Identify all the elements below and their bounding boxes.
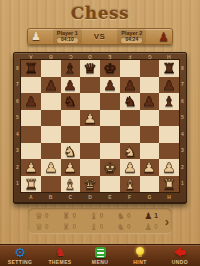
white-knight-piece: ♞ (64, 143, 78, 160)
square-g6[interactable]: ♟ (140, 93, 160, 110)
player1-block: Player 1 04:10 (53, 29, 82, 44)
rank-label: 4 (14, 126, 21, 143)
square-e6[interactable] (100, 93, 120, 110)
themes-label: THEMES (48, 259, 71, 265)
captured-count: 0 (127, 223, 131, 230)
square-d6[interactable] (80, 93, 100, 110)
setting-label: SETTING (8, 259, 32, 265)
undo-button[interactable]: UNDO (163, 246, 197, 265)
rank-label: 7 (14, 77, 21, 94)
captured-count: 0 (154, 223, 158, 230)
black-pawn-piece: ♟ (143, 93, 157, 110)
captured-queen: ♛0 (35, 211, 49, 221)
rank-label: 3 (14, 143, 21, 160)
rank-label: 6 (14, 93, 21, 110)
square-a3[interactable] (21, 143, 41, 160)
white-pawn-piece: ♟ (123, 159, 137, 176)
captured-count: 0 (72, 212, 76, 219)
file-label: A (21, 54, 41, 59)
player1-clock: 04:10 (57, 37, 78, 43)
square-b1[interactable] (41, 176, 61, 193)
square-f8[interactable] (120, 60, 140, 77)
file-label: A (21, 195, 41, 200)
square-c3[interactable]: ♞ (61, 143, 81, 160)
gear-icon: ⚙ (14, 246, 26, 259)
square-a4[interactable] (21, 126, 41, 143)
black-pawn-icon: ♟ (158, 31, 169, 43)
square-e8[interactable]: ♚ (100, 60, 120, 77)
square-f3[interactable]: ♞ (120, 143, 140, 160)
square-e3[interactable] (100, 143, 120, 160)
captured-knight: ♞0 (117, 211, 131, 221)
square-f2[interactable]: ♟ (120, 159, 140, 176)
rank-label: 2 (179, 159, 186, 176)
square-g8[interactable] (140, 60, 160, 77)
white-king-piece: ♚ (103, 159, 117, 176)
captured-count: 0 (100, 223, 104, 230)
bishop-icon: ♝ (90, 222, 98, 232)
black-knight-piece: ♞ (123, 93, 137, 110)
hint-button[interactable]: HINT (123, 246, 157, 265)
square-a8[interactable]: ♜ (21, 60, 41, 77)
knight-icon: ♞ (55, 246, 66, 258)
undo-arrow-tail (180, 250, 186, 255)
square-c8[interactable]: ♝ (61, 60, 81, 77)
square-h8[interactable]: ♜ (159, 60, 179, 77)
rank-labels-right: 87654321 (179, 60, 186, 192)
captured-queen: ♛0 (35, 222, 49, 232)
square-b8[interactable] (41, 60, 61, 77)
queen-icon: ♛ (35, 211, 43, 221)
setting-button[interactable]: ⚙ SETTING (3, 246, 37, 265)
white-pawn-piece: ♟ (44, 159, 58, 176)
menu-label: MENU (92, 259, 108, 265)
captured-bishop: ♝0 (90, 211, 104, 221)
white-rook-piece: ♜ (162, 176, 176, 193)
square-g3[interactable] (140, 143, 160, 160)
rank-labels-left: 87654321 (14, 60, 21, 192)
square-e1[interactable] (100, 176, 120, 193)
white-pawn-piece: ♟ (64, 159, 78, 176)
square-f6[interactable]: ♞ (120, 93, 140, 110)
menu-line (97, 252, 104, 254)
square-b4[interactable] (41, 126, 61, 143)
captured-count: 0 (45, 212, 49, 219)
captured-count: 1 (154, 212, 158, 219)
captured-count: 0 (127, 212, 131, 219)
player2-clock: 04:24 (121, 37, 142, 43)
knight-icon: ♞ (117, 211, 125, 221)
rank-label: 7 (179, 77, 186, 94)
captured-count: 0 (72, 223, 76, 230)
bulb-glass (136, 247, 144, 255)
square-g7[interactable] (140, 77, 160, 94)
square-e2[interactable]: ♚ (100, 159, 120, 176)
white-knight-piece: ♞ (123, 143, 137, 160)
bottom-toolbar: ⚙ SETTING ♞ THEMES MENU (0, 244, 200, 266)
player2-block: Player 2 04:24 (117, 29, 146, 44)
square-d2[interactable] (80, 159, 100, 176)
menu-icon (95, 247, 106, 258)
square-c7[interactable]: ♟ (61, 77, 81, 94)
black-pawn-piece: ♟ (162, 77, 176, 94)
rank-label: 6 (179, 93, 186, 110)
square-f7[interactable]: ♟ (120, 77, 140, 94)
captured-rook: ♜0 (62, 211, 76, 221)
page-title: Chess (0, 0, 200, 23)
square-h4[interactable] (159, 126, 179, 143)
square-c6[interactable]: ♞ (61, 93, 81, 110)
bulb-base (138, 255, 142, 258)
captured-rook: ♜0 (62, 222, 76, 232)
themes-button[interactable]: ♞ THEMES (43, 246, 77, 265)
file-label: B (41, 195, 61, 200)
vs-label: VS (94, 32, 106, 41)
square-b2[interactable]: ♟ (41, 159, 61, 176)
rook-icon: ♜ (62, 211, 70, 221)
file-label: C (61, 195, 81, 200)
file-label: D (80, 54, 100, 59)
square-c2[interactable]: ♟ (61, 159, 81, 176)
square-e5[interactable] (100, 110, 120, 127)
square-h3[interactable] (159, 143, 179, 160)
menu-line (97, 256, 104, 258)
square-h6[interactable]: ♝ (159, 93, 179, 110)
captured-pieces-tray: ♛0♜0♝0♞0♟1 ♛0♜0♝0♞0♟0 › (28, 208, 172, 234)
square-b5[interactable] (41, 110, 61, 127)
square-d3[interactable] (80, 143, 100, 160)
undo-icon (174, 247, 187, 257)
square-d1[interactable]: ♛ (80, 176, 100, 193)
pawn-icon: ♟ (144, 211, 152, 221)
captured-row-white: ♛0♜0♝0♞0♟0 (35, 221, 158, 232)
black-pawn-piece: ♟ (44, 77, 58, 94)
square-f1[interactable]: ♝ (120, 176, 140, 193)
black-pawn-piece: ♟ (24, 93, 38, 110)
captured-count: 0 (45, 223, 49, 230)
file-label: H (159, 195, 179, 200)
square-a6[interactable]: ♟ (21, 93, 41, 110)
black-bishop-piece: ♝ (64, 60, 78, 77)
square-d8[interactable]: ♛ (80, 60, 100, 77)
white-bishop-piece: ♝ (64, 176, 78, 193)
rank-label: 8 (179, 60, 186, 77)
square-h7[interactable]: ♟ (159, 77, 179, 94)
file-label: C (61, 54, 81, 59)
square-b7[interactable]: ♟ (41, 77, 61, 94)
rank-label: 5 (14, 110, 21, 127)
file-label: E (100, 54, 120, 59)
black-bishop-piece: ♝ (162, 93, 176, 110)
file-labels-bottom: ABCDEFGH (21, 195, 179, 200)
square-e7[interactable]: ♟ (100, 77, 120, 94)
captured-count: 0 (100, 212, 104, 219)
square-e4[interactable] (100, 126, 120, 143)
white-pawn-icon: ♟ (31, 31, 41, 42)
player-bar: ♟ Player 1 04:10 VS Player 2 04:24 ♟ (27, 28, 173, 45)
white-bishop-piece: ♝ (123, 176, 137, 193)
file-label: E (100, 195, 120, 200)
white-pawn-piece: ♟ (143, 159, 157, 176)
hint-label: HINT (133, 259, 146, 265)
white-pawn-piece: ♟ (162, 159, 176, 176)
black-rook-piece: ♜ (162, 60, 176, 77)
captured-pawn: ♟1 (144, 211, 158, 221)
file-label: F (120, 54, 140, 59)
square-d4[interactable] (80, 126, 100, 143)
file-labels-top: ABCDEFGH (21, 54, 179, 59)
menu-line (97, 249, 104, 251)
square-g1[interactable] (140, 176, 160, 193)
square-h5[interactable] (159, 110, 179, 127)
expand-captured-icon[interactable]: › (165, 215, 169, 228)
white-pawn-piece: ♟ (24, 159, 38, 176)
square-f5[interactable] (120, 110, 140, 127)
chess-app: Chess ♟ Player 1 04:10 VS Player 2 04:24… (0, 0, 200, 266)
menu-button[interactable]: MENU (83, 246, 117, 265)
black-queen-piece: ♛ (83, 60, 97, 77)
rank-label: 4 (179, 126, 186, 143)
black-rook-piece: ♜ (24, 60, 38, 77)
square-a2[interactable]: ♟ (21, 159, 41, 176)
rook-icon: ♜ (62, 222, 70, 232)
square-d5[interactable]: ♟ (80, 110, 100, 127)
white-rook-piece: ♜ (24, 176, 38, 193)
rank-label: 1 (14, 176, 21, 193)
square-h1[interactable]: ♜ (159, 176, 179, 193)
bulb-icon (136, 247, 144, 257)
chess-board: ABCDEFGH ABCDEFGH 87654321 87654321 ♜♝♛♚… (13, 52, 187, 204)
square-d7[interactable] (80, 77, 100, 94)
file-label: G (140, 195, 160, 200)
white-queen-piece: ♛ (83, 176, 97, 193)
file-label: G (140, 54, 160, 59)
rank-label: 1 (179, 176, 186, 193)
rank-label: 2 (14, 159, 21, 176)
square-c5[interactable] (61, 110, 81, 127)
rank-label: 3 (179, 143, 186, 160)
captured-knight: ♞0 (117, 222, 131, 232)
captured-row-black: ♛0♜0♝0♞0♟1 (35, 210, 158, 221)
board-squares: ♜♝♛♚♜♟♟♟♟♟♟♞♞♟♝♟♞♞♟♟♟♚♟♟♟♜♝♛♝♜ (21, 60, 179, 192)
captured-bishop: ♝0 (90, 222, 104, 232)
black-pawn-piece: ♟ (123, 77, 137, 94)
square-g4[interactable] (140, 126, 160, 143)
captured-pawn: ♟0 (144, 222, 158, 232)
square-c4[interactable] (61, 126, 81, 143)
rank-label: 8 (14, 60, 21, 77)
black-pawn-piece: ♟ (103, 77, 117, 94)
pawn-icon: ♟ (144, 222, 152, 232)
file-label: D (80, 195, 100, 200)
square-g5[interactable] (140, 110, 160, 127)
square-a7[interactable] (21, 77, 41, 94)
undo-label: UNDO (172, 259, 188, 265)
black-knight-piece: ♞ (64, 93, 78, 110)
square-a1[interactable]: ♜ (21, 176, 41, 193)
file-label: B (41, 54, 61, 59)
file-label: F (120, 195, 140, 200)
queen-icon: ♛ (35, 222, 43, 232)
file-label: H (159, 54, 179, 59)
square-f4[interactable] (120, 126, 140, 143)
knight-icon: ♞ (117, 222, 125, 232)
square-a5[interactable] (21, 110, 41, 127)
bishop-icon: ♝ (90, 211, 98, 221)
rank-label: 5 (179, 110, 186, 127)
square-c1[interactable]: ♝ (61, 176, 81, 193)
square-h2[interactable]: ♟ (159, 159, 179, 176)
square-b6[interactable] (41, 93, 61, 110)
white-pawn-piece: ♟ (83, 110, 97, 127)
black-king-piece: ♚ (103, 60, 117, 77)
black-pawn-piece: ♟ (64, 77, 78, 94)
square-g2[interactable]: ♟ (140, 159, 160, 176)
square-b3[interactable] (41, 143, 61, 160)
